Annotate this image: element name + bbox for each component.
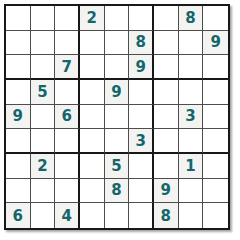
sudoku-cell-given[interactable]: 3 bbox=[179, 105, 204, 130]
sudoku-cell-empty[interactable] bbox=[154, 31, 179, 56]
sudoku-cell-empty[interactable] bbox=[6, 6, 31, 31]
sudoku-cell-empty[interactable] bbox=[203, 6, 228, 31]
sudoku-cell-empty[interactable] bbox=[129, 6, 154, 31]
sudoku-cell-given[interactable]: 8 bbox=[105, 179, 130, 204]
sudoku-cell-given[interactable]: 9 bbox=[6, 105, 31, 130]
sudoku-cell-empty[interactable] bbox=[55, 129, 80, 154]
sudoku-cell-empty[interactable] bbox=[179, 179, 204, 204]
sudoku-cell-empty[interactable] bbox=[80, 154, 105, 179]
sudoku-cell-empty[interactable] bbox=[80, 179, 105, 204]
sudoku-cell-given[interactable]: 2 bbox=[80, 6, 105, 31]
sudoku-cell-empty[interactable] bbox=[80, 80, 105, 105]
sudoku-cell-empty[interactable] bbox=[203, 129, 228, 154]
sudoku-cell-given[interactable]: 9 bbox=[105, 80, 130, 105]
sudoku-cell-empty[interactable] bbox=[203, 105, 228, 130]
sudoku-cell-empty[interactable] bbox=[154, 6, 179, 31]
sudoku-cell-given[interactable]: 4 bbox=[55, 203, 80, 228]
sudoku-cell-empty[interactable] bbox=[129, 80, 154, 105]
sudoku-cell-empty[interactable] bbox=[105, 6, 130, 31]
sudoku-cell-empty[interactable] bbox=[129, 105, 154, 130]
sudoku-cell-empty[interactable] bbox=[55, 31, 80, 56]
sudoku-cell-empty[interactable] bbox=[80, 105, 105, 130]
sudoku-cell-empty[interactable] bbox=[31, 31, 56, 56]
sudoku-cell-empty[interactable] bbox=[154, 129, 179, 154]
sudoku-cell-empty[interactable] bbox=[6, 154, 31, 179]
sudoku-cell-empty[interactable] bbox=[203, 55, 228, 80]
sudoku-cell-given[interactable]: 8 bbox=[179, 6, 204, 31]
sudoku-cell-empty[interactable] bbox=[203, 203, 228, 228]
sudoku-cell-given[interactable]: 9 bbox=[203, 31, 228, 56]
sudoku-cell-empty[interactable] bbox=[31, 105, 56, 130]
sudoku-cell-empty[interactable] bbox=[129, 179, 154, 204]
sudoku-cell-given[interactable]: 6 bbox=[6, 203, 31, 228]
sudoku-cell-empty[interactable] bbox=[203, 80, 228, 105]
sudoku-cell-empty[interactable] bbox=[80, 55, 105, 80]
sudoku-cell-empty[interactable] bbox=[129, 154, 154, 179]
sudoku-cell-empty[interactable] bbox=[31, 6, 56, 31]
sudoku-cell-given[interactable]: 5 bbox=[105, 154, 130, 179]
sudoku-cell-empty[interactable] bbox=[154, 154, 179, 179]
sudoku-cell-empty[interactable] bbox=[105, 55, 130, 80]
sudoku-cell-empty[interactable] bbox=[179, 80, 204, 105]
sudoku-cell-empty[interactable] bbox=[6, 31, 31, 56]
sudoku-cell-empty[interactable] bbox=[80, 129, 105, 154]
sudoku-cell-given[interactable]: 6 bbox=[55, 105, 80, 130]
sudoku-cell-empty[interactable] bbox=[31, 179, 56, 204]
sudoku-cell-empty[interactable] bbox=[80, 203, 105, 228]
sudoku-cell-empty[interactable] bbox=[6, 80, 31, 105]
sudoku-cell-empty[interactable] bbox=[31, 203, 56, 228]
sudoku-cell-given[interactable]: 7 bbox=[55, 55, 80, 80]
sudoku-cell-empty[interactable] bbox=[154, 80, 179, 105]
sudoku-cell-empty[interactable] bbox=[55, 154, 80, 179]
sudoku-cell-empty[interactable] bbox=[154, 105, 179, 130]
sudoku-cell-empty[interactable] bbox=[105, 31, 130, 56]
sudoku-cell-empty[interactable] bbox=[31, 129, 56, 154]
sudoku-cell-empty[interactable] bbox=[105, 129, 130, 154]
sudoku-cell-given[interactable]: 9 bbox=[154, 179, 179, 204]
sudoku-cell-given[interactable]: 8 bbox=[154, 203, 179, 228]
sudoku-cell-empty[interactable] bbox=[6, 55, 31, 80]
sudoku-cell-empty[interactable] bbox=[6, 129, 31, 154]
sudoku-cell-empty[interactable] bbox=[6, 179, 31, 204]
sudoku-cell-empty[interactable] bbox=[55, 6, 80, 31]
sudoku-cell-empty[interactable] bbox=[105, 105, 130, 130]
sudoku-cell-empty[interactable] bbox=[179, 129, 204, 154]
sudoku-cell-empty[interactable] bbox=[55, 179, 80, 204]
sudoku-cell-empty[interactable] bbox=[80, 31, 105, 56]
sudoku-cell-empty[interactable] bbox=[31, 55, 56, 80]
sudoku-cell-empty[interactable] bbox=[179, 203, 204, 228]
sudoku-cell-empty[interactable] bbox=[179, 55, 204, 80]
sudoku-cell-empty[interactable] bbox=[203, 179, 228, 204]
sudoku-cell-empty[interactable] bbox=[129, 203, 154, 228]
sudoku-cell-given[interactable]: 3 bbox=[129, 129, 154, 154]
sudoku-cell-given[interactable]: 2 bbox=[31, 154, 56, 179]
sudoku-cell-given[interactable]: 1 bbox=[179, 154, 204, 179]
sudoku-board: 28897959963325189648 bbox=[4, 4, 230, 230]
sudoku-cell-empty[interactable] bbox=[154, 55, 179, 80]
sudoku-cell-empty[interactable] bbox=[179, 31, 204, 56]
sudoku-cell-empty[interactable] bbox=[105, 203, 130, 228]
sudoku-cell-empty[interactable] bbox=[203, 154, 228, 179]
sudoku-cell-given[interactable]: 8 bbox=[129, 31, 154, 56]
sudoku-cell-empty[interactable] bbox=[55, 80, 80, 105]
sudoku-cell-given[interactable]: 5 bbox=[31, 80, 56, 105]
sudoku-cell-given[interactable]: 9 bbox=[129, 55, 154, 80]
